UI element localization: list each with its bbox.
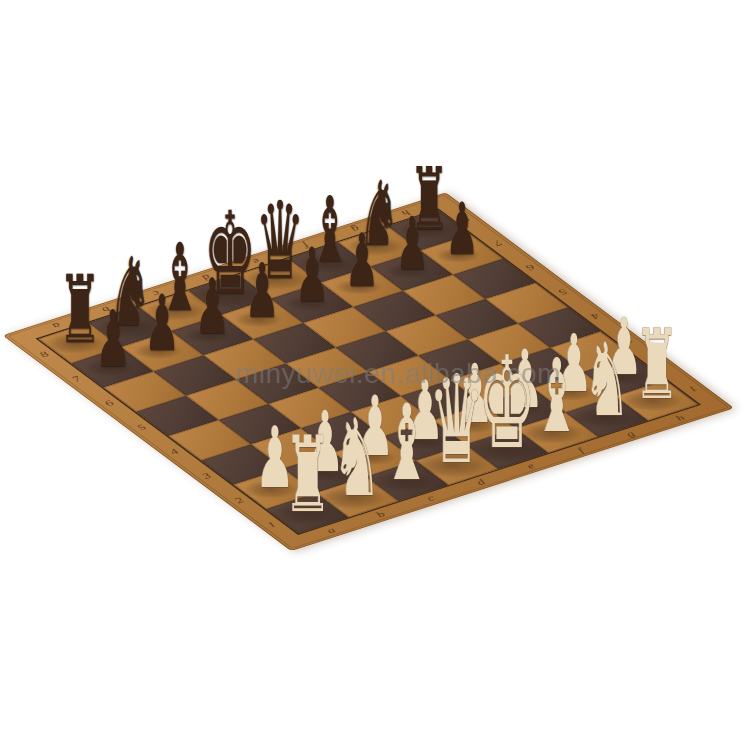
piece-black-pawn-f7[interactable]: ♟: [345, 223, 379, 297]
piece-white-bishop-c1[interactable]: ♝: [383, 391, 432, 496]
product-photo-chess-set: 88aa77bb66cc55dd44ee33ff22gg11hh ♜♞♝♚♛♝♞…: [0, 0, 750, 750]
piece-black-pawn-c7[interactable]: ♟: [194, 269, 230, 345]
watermark: minyuwei.en.alibaba.com: [235, 358, 561, 390]
piece-black-pawn-g7[interactable]: ♟: [395, 208, 429, 281]
piece-white-knight-b1[interactable]: ♞: [332, 405, 382, 512]
piece-black-pawn-b7[interactable]: ♟: [144, 285, 180, 362]
piece-black-pawn-a7[interactable]: ♟: [94, 300, 130, 378]
piece-white-rook-a1[interactable]: ♜: [283, 423, 332, 528]
piece-white-knight-g1[interactable]: ♞: [583, 329, 630, 430]
piece-black-pawn-e7[interactable]: ♟: [295, 239, 330, 314]
piece-black-pawn-h7[interactable]: ♟: [445, 193, 479, 265]
piece-white-rook-h1[interactable]: ♜: [634, 317, 679, 414]
piece-black-pawn-d7[interactable]: ♟: [245, 254, 280, 330]
